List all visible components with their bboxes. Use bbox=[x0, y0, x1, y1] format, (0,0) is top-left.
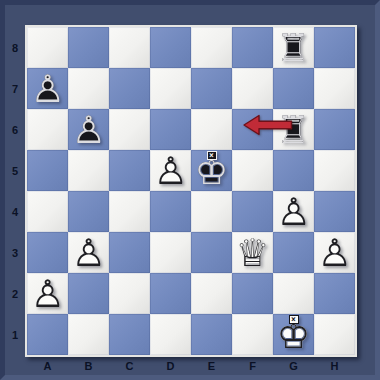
square-g3[interactable] bbox=[273, 232, 314, 273]
piece-black-rook-g6[interactable]: ♜♖ bbox=[273, 109, 314, 150]
square-e8[interactable] bbox=[191, 27, 232, 68]
black-pawn-outline-icon: ♙ bbox=[68, 109, 109, 150]
white-pawn-outline-icon: ♙ bbox=[273, 191, 314, 232]
square-b6[interactable]: ♟♙ bbox=[68, 109, 109, 150]
square-e2[interactable] bbox=[191, 273, 232, 314]
square-h2[interactable] bbox=[314, 273, 355, 314]
board-frame-inner: 87654321 ABCDEFGH ♜♖♟♙♟♙♜♖♟♙♚♔×♟♙♟♙♛♕♟♙♟… bbox=[5, 5, 375, 375]
piece-black-pawn-b6[interactable]: ♟♙ bbox=[68, 109, 109, 150]
square-h7[interactable] bbox=[314, 68, 355, 109]
square-d4[interactable] bbox=[150, 191, 191, 232]
square-b3[interactable]: ♟♙ bbox=[68, 232, 109, 273]
square-b4[interactable] bbox=[68, 191, 109, 232]
rank-labels: 87654321 bbox=[5, 27, 25, 355]
square-a7[interactable]: ♟♙ bbox=[27, 68, 68, 109]
piece-black-pawn-a7[interactable]: ♟♙ bbox=[27, 68, 68, 109]
square-f2[interactable] bbox=[232, 273, 273, 314]
square-h4[interactable] bbox=[314, 191, 355, 232]
square-c6[interactable] bbox=[109, 109, 150, 150]
square-h6[interactable] bbox=[314, 109, 355, 150]
square-c5[interactable] bbox=[109, 150, 150, 191]
square-g5[interactable] bbox=[273, 150, 314, 191]
file-label-f: F bbox=[232, 358, 273, 375]
square-d2[interactable] bbox=[150, 273, 191, 314]
piece-black-rook-g8[interactable]: ♜♖ bbox=[273, 27, 314, 68]
square-a2[interactable]: ♟♙ bbox=[27, 273, 68, 314]
square-c2[interactable] bbox=[109, 273, 150, 314]
square-e6[interactable] bbox=[191, 109, 232, 150]
square-c1[interactable] bbox=[109, 314, 150, 355]
piece-white-pawn-d5[interactable]: ♟♙ bbox=[150, 150, 191, 191]
square-f8[interactable] bbox=[232, 27, 273, 68]
file-label-e: E bbox=[191, 358, 232, 375]
file-label-d: D bbox=[150, 358, 191, 375]
square-a1[interactable] bbox=[27, 314, 68, 355]
black-rook-outline-icon: ♖ bbox=[273, 27, 314, 68]
white-pawn-outline-icon: ♙ bbox=[150, 150, 191, 191]
black-rook-outline-icon: ♖ bbox=[273, 109, 314, 150]
piece-white-pawn-b3[interactable]: ♟♙ bbox=[68, 232, 109, 273]
square-e3[interactable] bbox=[191, 232, 232, 273]
square-g2[interactable] bbox=[273, 273, 314, 314]
piece-white-pawn-a2[interactable]: ♟♙ bbox=[27, 273, 68, 314]
square-e4[interactable] bbox=[191, 191, 232, 232]
square-f6[interactable] bbox=[232, 109, 273, 150]
square-d6[interactable] bbox=[150, 109, 191, 150]
square-g1[interactable]: ♚♔× bbox=[273, 314, 314, 355]
square-c8[interactable] bbox=[109, 27, 150, 68]
rank-label-3: 3 bbox=[5, 232, 25, 273]
square-h5[interactable] bbox=[314, 150, 355, 191]
square-c3[interactable] bbox=[109, 232, 150, 273]
square-f5[interactable] bbox=[232, 150, 273, 191]
square-d7[interactable] bbox=[150, 68, 191, 109]
square-b2[interactable] bbox=[68, 273, 109, 314]
file-label-b: B bbox=[68, 358, 109, 375]
square-a3[interactable] bbox=[27, 232, 68, 273]
rank-label-2: 2 bbox=[5, 273, 25, 314]
square-b7[interactable] bbox=[68, 68, 109, 109]
king-x-marker-icon: × bbox=[207, 151, 217, 160]
square-h3[interactable]: ♟♙ bbox=[314, 232, 355, 273]
square-a8[interactable] bbox=[27, 27, 68, 68]
file-label-c: C bbox=[109, 358, 150, 375]
file-labels: ABCDEFGH bbox=[27, 358, 355, 375]
square-e5[interactable]: ♚♔× bbox=[191, 150, 232, 191]
square-d3[interactable] bbox=[150, 232, 191, 273]
square-a4[interactable] bbox=[27, 191, 68, 232]
king-x-marker-icon: × bbox=[289, 315, 299, 324]
square-c4[interactable] bbox=[109, 191, 150, 232]
chess-board: ♜♖♟♙♟♙♜♖♟♙♚♔×♟♙♟♙♛♕♟♙♟♙♚♔× bbox=[25, 25, 357, 357]
piece-white-queen-f3[interactable]: ♛♕ bbox=[232, 232, 273, 273]
square-f7[interactable] bbox=[232, 68, 273, 109]
board-frame: 87654321 ABCDEFGH ♜♖♟♙♟♙♜♖♟♙♚♔×♟♙♟♙♛♕♟♙♟… bbox=[0, 0, 380, 380]
square-a6[interactable] bbox=[27, 109, 68, 150]
square-d5[interactable]: ♟♙ bbox=[150, 150, 191, 191]
square-g6[interactable]: ♜♖ bbox=[273, 109, 314, 150]
black-pawn-outline-icon: ♙ bbox=[27, 68, 68, 109]
piece-black-king-e5[interactable]: ♚♔× bbox=[191, 150, 232, 191]
square-e7[interactable] bbox=[191, 68, 232, 109]
square-d1[interactable] bbox=[150, 314, 191, 355]
square-c7[interactable] bbox=[109, 68, 150, 109]
square-b8[interactable] bbox=[68, 27, 109, 68]
square-g8[interactable]: ♜♖ bbox=[273, 27, 314, 68]
rank-label-8: 8 bbox=[5, 27, 25, 68]
square-e1[interactable] bbox=[191, 314, 232, 355]
square-h8[interactable] bbox=[314, 27, 355, 68]
white-queen-outline-icon: ♕ bbox=[232, 232, 273, 273]
piece-white-pawn-g4[interactable]: ♟♙ bbox=[273, 191, 314, 232]
rank-label-6: 6 bbox=[5, 109, 25, 150]
file-label-g: G bbox=[273, 358, 314, 375]
file-label-h: H bbox=[314, 358, 355, 375]
square-f4[interactable] bbox=[232, 191, 273, 232]
white-pawn-outline-icon: ♙ bbox=[314, 232, 355, 273]
rank-label-1: 1 bbox=[5, 314, 25, 355]
square-b5[interactable] bbox=[68, 150, 109, 191]
piece-white-pawn-h3[interactable]: ♟♙ bbox=[314, 232, 355, 273]
file-label-a: A bbox=[27, 358, 68, 375]
square-d8[interactable] bbox=[150, 27, 191, 68]
rank-label-7: 7 bbox=[5, 68, 25, 109]
rank-label-5: 5 bbox=[5, 150, 25, 191]
square-b1[interactable] bbox=[68, 314, 109, 355]
rank-label-4: 4 bbox=[5, 191, 25, 232]
square-g4[interactable]: ♟♙ bbox=[273, 191, 314, 232]
square-g7[interactable] bbox=[273, 68, 314, 109]
square-f3[interactable]: ♛♕ bbox=[232, 232, 273, 273]
square-f1[interactable] bbox=[232, 314, 273, 355]
white-pawn-outline-icon: ♙ bbox=[27, 273, 68, 314]
white-pawn-outline-icon: ♙ bbox=[68, 232, 109, 273]
square-a5[interactable] bbox=[27, 150, 68, 191]
square-h1[interactable] bbox=[314, 314, 355, 355]
piece-white-king-g1[interactable]: ♚♔× bbox=[273, 314, 314, 355]
